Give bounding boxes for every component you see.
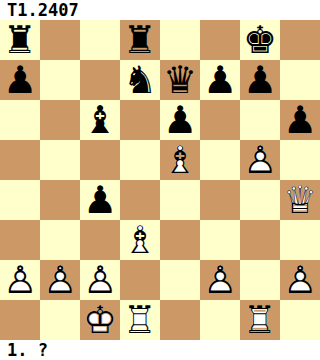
square-d8[interactable]: ♜︎ — [120, 20, 160, 60]
square-b4[interactable] — [40, 180, 80, 220]
square-g4[interactable] — [240, 180, 280, 220]
square-c5[interactable] — [80, 140, 120, 180]
square-e1[interactable] — [160, 300, 200, 340]
puzzle-id: T1.2407 — [0, 0, 320, 20]
square-d1[interactable]: ♜︎♖︎ — [120, 300, 160, 340]
square-a6[interactable] — [0, 100, 40, 140]
piece-black-rook: ♜︎ — [0, 20, 40, 60]
square-g3[interactable] — [240, 220, 280, 260]
piece-fill-white-rook: ♜︎ — [240, 300, 280, 340]
piece-white-pawn: ♙︎ — [80, 260, 120, 300]
piece-black-queen: ♛︎ — [160, 60, 200, 100]
piece-black-pawn: ♟︎ — [280, 100, 320, 140]
square-b3[interactable] — [40, 220, 80, 260]
piece-black-rook: ♜︎ — [120, 20, 160, 60]
square-h1[interactable] — [280, 300, 320, 340]
square-b5[interactable] — [40, 140, 80, 180]
square-e8[interactable] — [160, 20, 200, 60]
square-h7[interactable] — [280, 60, 320, 100]
square-e4[interactable] — [160, 180, 200, 220]
square-g5[interactable]: ♟︎♙︎ — [240, 140, 280, 180]
square-b8[interactable] — [40, 20, 80, 60]
square-h8[interactable] — [280, 20, 320, 60]
square-e2[interactable] — [160, 260, 200, 300]
square-h2[interactable]: ♟︎♙︎ — [280, 260, 320, 300]
piece-fill-white-pawn: ♟︎ — [0, 260, 40, 300]
square-c1[interactable]: ♚︎♔︎ — [80, 300, 120, 340]
piece-black-pawn: ♟︎ — [160, 100, 200, 140]
square-f7[interactable]: ♟︎ — [200, 60, 240, 100]
piece-black-pawn: ♟︎ — [240, 60, 280, 100]
square-f2[interactable]: ♟︎♙︎ — [200, 260, 240, 300]
piece-white-rook: ♖︎ — [240, 300, 280, 340]
square-g1[interactable]: ♜︎♖︎ — [240, 300, 280, 340]
square-f8[interactable] — [200, 20, 240, 60]
square-a4[interactable] — [0, 180, 40, 220]
square-e5[interactable]: ♝︎♗︎ — [160, 140, 200, 180]
piece-fill-white-pawn: ♟︎ — [280, 260, 320, 300]
chess-board: ♜︎♜︎♚︎♟︎♞︎♛︎♟︎♟︎♝︎♟︎♟︎♝︎♗︎♟︎♙︎♟︎♛︎♕︎♝︎♗︎… — [0, 20, 320, 340]
square-b6[interactable] — [40, 100, 80, 140]
piece-white-bishop: ♗︎ — [160, 140, 200, 180]
piece-white-rook: ♖︎ — [120, 300, 160, 340]
square-f3[interactable] — [200, 220, 240, 260]
square-h3[interactable] — [280, 220, 320, 260]
square-a3[interactable] — [0, 220, 40, 260]
piece-fill-white-bishop: ♝︎ — [160, 140, 200, 180]
square-a7[interactable]: ♟︎ — [0, 60, 40, 100]
piece-fill-white-rook: ♜︎ — [120, 300, 160, 340]
square-c8[interactable] — [80, 20, 120, 60]
square-c4[interactable]: ♟︎ — [80, 180, 120, 220]
piece-black-pawn: ♟︎ — [80, 180, 120, 220]
square-h6[interactable]: ♟︎ — [280, 100, 320, 140]
piece-white-pawn: ♙︎ — [40, 260, 80, 300]
square-e6[interactable]: ♟︎ — [160, 100, 200, 140]
square-a2[interactable]: ♟︎♙︎ — [0, 260, 40, 300]
square-g6[interactable] — [240, 100, 280, 140]
square-d7[interactable]: ♞︎ — [120, 60, 160, 100]
square-a8[interactable]: ♜︎ — [0, 20, 40, 60]
square-f5[interactable] — [200, 140, 240, 180]
piece-fill-white-bishop: ♝︎ — [120, 220, 160, 260]
move-prompt: 1. ? — [0, 340, 320, 360]
square-f4[interactable] — [200, 180, 240, 220]
piece-fill-white-pawn: ♟︎ — [240, 140, 280, 180]
square-g7[interactable]: ♟︎ — [240, 60, 280, 100]
square-f6[interactable] — [200, 100, 240, 140]
square-h4[interactable]: ♛︎♕︎ — [280, 180, 320, 220]
square-d4[interactable] — [120, 180, 160, 220]
square-c6[interactable]: ♝︎ — [80, 100, 120, 140]
square-g8[interactable]: ♚︎ — [240, 20, 280, 60]
square-g2[interactable] — [240, 260, 280, 300]
piece-black-king: ♚︎ — [240, 20, 280, 60]
piece-white-pawn: ♙︎ — [280, 260, 320, 300]
square-d3[interactable]: ♝︎♗︎ — [120, 220, 160, 260]
square-d2[interactable] — [120, 260, 160, 300]
piece-fill-white-pawn: ♟︎ — [80, 260, 120, 300]
piece-fill-white-queen: ♛︎ — [280, 180, 320, 220]
square-b7[interactable] — [40, 60, 80, 100]
piece-black-pawn: ♟︎ — [0, 60, 40, 100]
square-d6[interactable] — [120, 100, 160, 140]
square-c7[interactable] — [80, 60, 120, 100]
piece-white-pawn: ♙︎ — [240, 140, 280, 180]
square-e7[interactable]: ♛︎ — [160, 60, 200, 100]
square-h5[interactable] — [280, 140, 320, 180]
piece-fill-white-king: ♚︎ — [80, 300, 120, 340]
piece-black-bishop: ♝︎ — [80, 100, 120, 140]
square-f1[interactable] — [200, 300, 240, 340]
piece-white-bishop: ♗︎ — [120, 220, 160, 260]
piece-fill-white-pawn: ♟︎ — [200, 260, 240, 300]
piece-white-pawn: ♙︎ — [200, 260, 240, 300]
square-d5[interactable] — [120, 140, 160, 180]
piece-fill-white-pawn: ♟︎ — [40, 260, 80, 300]
square-a1[interactable] — [0, 300, 40, 340]
square-c2[interactable]: ♟︎♙︎ — [80, 260, 120, 300]
piece-white-queen: ♕︎ — [280, 180, 320, 220]
square-e3[interactable] — [160, 220, 200, 260]
piece-black-pawn: ♟︎ — [200, 60, 240, 100]
piece-black-knight: ♞︎ — [120, 60, 160, 100]
square-b1[interactable] — [40, 300, 80, 340]
square-b2[interactable]: ♟︎♙︎ — [40, 260, 80, 300]
square-a5[interactable] — [0, 140, 40, 180]
piece-white-pawn: ♙︎ — [0, 260, 40, 300]
piece-white-king: ♔︎ — [80, 300, 120, 340]
square-c3[interactable] — [80, 220, 120, 260]
